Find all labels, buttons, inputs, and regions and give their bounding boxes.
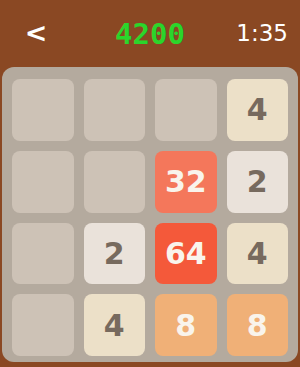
tile-r1c3	[155, 79, 217, 141]
game-screen: < 4200 1:35 4 32 2 2 64 4 4 8 8	[0, 0, 300, 367]
tile-r4c4: 8	[227, 294, 289, 356]
tile-r4c1	[12, 294, 74, 356]
tile-r1c4: 4	[227, 79, 289, 141]
tile-r3c1	[12, 223, 74, 285]
tile-r2c1	[12, 151, 74, 213]
tile-r3c3: 64	[155, 223, 217, 285]
tile-r2c2	[84, 151, 146, 213]
tile-r1c2	[84, 79, 146, 141]
tile-r1c1	[12, 79, 74, 141]
tile-r2c4: 2	[227, 151, 289, 213]
timer-display: 1:35	[236, 20, 288, 46]
tile-r3c4: 4	[227, 223, 289, 285]
header: < 4200 1:35	[0, 0, 300, 67]
tile-r4c2: 4	[84, 294, 146, 356]
tile-r4c3: 8	[155, 294, 217, 356]
board-grid[interactable]: 4 32 2 2 64 4 4 8 8	[2, 67, 298, 362]
tile-r3c2: 2	[84, 223, 146, 285]
tile-r2c3: 32	[155, 151, 217, 213]
